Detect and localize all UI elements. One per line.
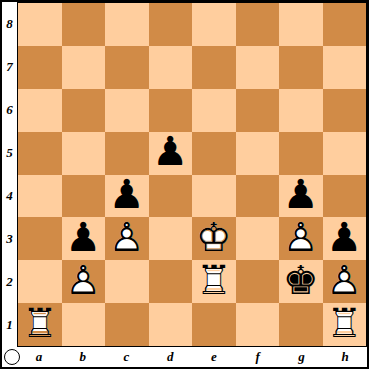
square-c6[interactable] [105, 89, 149, 132]
square-a7[interactable] [18, 46, 62, 89]
file-label-d: d [148, 347, 192, 367]
square-f2[interactable] [236, 260, 280, 303]
square-d2[interactable] [149, 260, 193, 303]
white-pawn-outline-icon: ♙ [283, 217, 319, 257]
white-rook-outline-icon: ♖ [196, 260, 232, 300]
square-g6[interactable] [279, 89, 323, 132]
square-g2[interactable]: ♚ [279, 260, 323, 303]
white-pawn-icon: ♟ [65, 260, 101, 300]
file-label-c: c [105, 347, 149, 367]
square-a2[interactable] [18, 260, 62, 303]
rank-label-5: 5 [2, 131, 17, 174]
square-g7[interactable] [279, 46, 323, 89]
square-e1[interactable] [192, 303, 236, 346]
square-h7[interactable] [323, 46, 367, 89]
square-a3[interactable] [18, 217, 62, 260]
square-d7[interactable] [149, 46, 193, 89]
square-f7[interactable] [236, 46, 280, 89]
square-d1[interactable] [149, 303, 193, 346]
square-f5[interactable] [236, 132, 280, 175]
square-a5[interactable] [18, 132, 62, 175]
file-label-f: f [236, 347, 280, 367]
file-label-e: e [192, 347, 236, 367]
square-g1[interactable] [279, 303, 323, 346]
rank-label-3: 3 [2, 218, 17, 261]
square-f8[interactable] [236, 3, 280, 46]
white-pawn-icon: ♟ [283, 217, 319, 257]
rank-labels: 87654321 [2, 2, 17, 347]
black-pawn-icon: ♟ [152, 131, 188, 171]
rank-label-7: 7 [2, 45, 17, 88]
black-pawn-icon: ♟ [109, 174, 145, 214]
square-b7[interactable] [62, 46, 106, 89]
square-f3[interactable] [236, 217, 280, 260]
white-rook-outline-icon: ♖ [326, 303, 362, 343]
white-pawn-icon: ♟ [326, 260, 362, 300]
square-d4[interactable] [149, 175, 193, 218]
white-rook-icon: ♜ [326, 303, 362, 343]
square-e6[interactable] [192, 89, 236, 132]
square-c7[interactable] [105, 46, 149, 89]
white-pawn-outline-icon: ♙ [326, 260, 362, 300]
square-e7[interactable] [192, 46, 236, 89]
square-b5[interactable] [62, 132, 106, 175]
square-b8[interactable] [62, 3, 106, 46]
square-g4[interactable]: ♟ [279, 175, 323, 218]
square-a4[interactable] [18, 175, 62, 218]
square-h5[interactable] [323, 132, 367, 175]
chess-board[interactable]: ♟♟♟♟♟♙♚♔♟♙♟♟♙♜♖♚♟♙♜♖♜♖ [17, 2, 367, 347]
white-to-move-indicator-icon [4, 349, 20, 365]
white-king-icon: ♚ [196, 217, 232, 257]
black-king-icon: ♚ [283, 260, 319, 300]
square-f4[interactable] [236, 175, 280, 218]
square-c1[interactable] [105, 303, 149, 346]
square-b4[interactable] [62, 175, 106, 218]
square-c8[interactable] [105, 3, 149, 46]
square-a8[interactable] [18, 3, 62, 46]
square-e4[interactable] [192, 175, 236, 218]
rank-label-1: 1 [2, 304, 17, 347]
chess-board-diagram: 87654321 ♟♟♟♟♟♙♚♔♟♙♟♟♙♜♖♚♟♙♜♖♜♖ abcdefgh [0, 0, 369, 369]
white-pawn-outline-icon: ♙ [65, 260, 101, 300]
rank-label-2: 2 [2, 261, 17, 304]
square-b1[interactable] [62, 303, 106, 346]
square-d5[interactable]: ♟ [149, 132, 193, 175]
square-d3[interactable] [149, 217, 193, 260]
white-rook-outline-icon: ♖ [22, 303, 58, 343]
file-label-a: a [17, 347, 61, 367]
white-rook-icon: ♜ [22, 303, 58, 343]
square-b3[interactable]: ♟ [62, 217, 106, 260]
square-h6[interactable] [323, 89, 367, 132]
square-c5[interactable] [105, 132, 149, 175]
white-rook-icon: ♜ [196, 260, 232, 300]
square-c2[interactable] [105, 260, 149, 303]
white-pawn-outline-icon: ♙ [109, 217, 145, 257]
white-king-outline-icon: ♔ [196, 217, 232, 257]
black-pawn-icon: ♟ [65, 217, 101, 257]
rank-label-4: 4 [2, 175, 17, 218]
square-a1[interactable]: ♜♖ [18, 303, 62, 346]
square-e8[interactable] [192, 3, 236, 46]
file-label-g: g [280, 347, 324, 367]
square-e2[interactable]: ♜♖ [192, 260, 236, 303]
file-labels: abcdefgh [17, 347, 367, 367]
square-f6[interactable] [236, 89, 280, 132]
square-h1[interactable]: ♜♖ [323, 303, 367, 346]
rank-label-6: 6 [2, 88, 17, 131]
square-a6[interactable] [18, 89, 62, 132]
square-e3[interactable]: ♚♔ [192, 217, 236, 260]
square-e5[interactable] [192, 132, 236, 175]
square-f1[interactable] [236, 303, 280, 346]
square-b2[interactable]: ♟♙ [62, 260, 106, 303]
file-label-b: b [61, 347, 105, 367]
square-d8[interactable] [149, 3, 193, 46]
square-h8[interactable] [323, 3, 367, 46]
square-d6[interactable] [149, 89, 193, 132]
black-pawn-icon: ♟ [326, 217, 362, 257]
square-h2[interactable]: ♟♙ [323, 260, 367, 303]
file-label-h: h [323, 347, 367, 367]
square-h3[interactable]: ♟ [323, 217, 367, 260]
white-pawn-icon: ♟ [109, 217, 145, 257]
square-c4[interactable]: ♟ [105, 175, 149, 218]
rank-label-8: 8 [2, 2, 17, 45]
square-h4[interactable] [323, 175, 367, 218]
black-pawn-icon: ♟ [283, 174, 319, 214]
gutter-corner [2, 347, 17, 367]
square-g3[interactable]: ♟♙ [279, 217, 323, 260]
square-g5[interactable] [279, 132, 323, 175]
square-c3[interactable]: ♟♙ [105, 217, 149, 260]
square-g8[interactable] [279, 3, 323, 46]
square-b6[interactable] [62, 89, 106, 132]
